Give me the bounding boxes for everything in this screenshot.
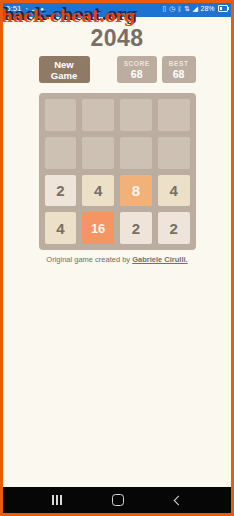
empty-cell <box>82 99 114 131</box>
empty-cell <box>120 99 152 131</box>
alarm-icon: ◷ <box>169 5 175 12</box>
tile-4: 4 <box>82 175 114 207</box>
new-game-button[interactable]: New Game <box>39 56 90 83</box>
empty-cell <box>158 137 190 169</box>
empty-cell <box>82 137 114 169</box>
home-icon[interactable] <box>112 494 124 506</box>
best-value: 68 <box>169 68 189 80</box>
board[interactable]: 248441622 <box>39 93 196 250</box>
empty-cell <box>45 137 77 169</box>
empty-cell <box>120 137 152 169</box>
attribution-text: Original game created by Gabriele Cirull… <box>0 255 234 264</box>
tile-2: 2 <box>158 212 190 244</box>
navigation-bar <box>0 487 234 516</box>
score-boxes: SCORE 68 BEST 68 <box>117 56 196 83</box>
tile-2: 2 <box>45 175 77 207</box>
attribution-prefix: Original game created by <box>46 255 132 264</box>
watermark-text: hack-cheat.org <box>1 7 135 26</box>
tile-2: 2 <box>120 212 152 244</box>
empty-cell <box>45 99 77 131</box>
attribution-link[interactable]: Gabriele Cirulli. <box>132 255 187 264</box>
tile-4: 4 <box>158 175 190 207</box>
score-box: SCORE 68 <box>117 56 157 83</box>
tile-4: 4 <box>45 212 77 244</box>
page-title: 2048 <box>0 26 234 50</box>
status-bar-right: ▯ ◷ ᛒ ⇅ ◢ 28% <box>163 5 228 12</box>
recents-icon[interactable] <box>52 495 62 505</box>
bluetooth-icon: ᛒ <box>178 5 182 12</box>
tile-8: 8 <box>120 175 152 207</box>
battery-icon <box>218 5 228 12</box>
battery-saver-icon: ▯ <box>163 5 167 12</box>
tile-16: 16 <box>82 212 114 244</box>
signal-strength-icon: ◢ <box>193 5 198 12</box>
battery-percent: 28% <box>200 5 214 12</box>
empty-cell <box>158 99 190 131</box>
controls-row: New Game SCORE 68 BEST 68 <box>39 56 196 83</box>
phone-screen: 5:51 ◔ ☁ ● ▯ ◷ ᛒ ⇅ ◢ 28% 2048 New Game S… <box>0 0 234 516</box>
score-label: SCORE <box>124 60 150 67</box>
best-label: BEST <box>169 60 189 67</box>
back-icon[interactable] <box>174 495 184 505</box>
score-value: 68 <box>124 68 150 80</box>
best-box: BEST 68 <box>162 56 196 83</box>
wifi-data-icon: ⇅ <box>184 5 190 12</box>
